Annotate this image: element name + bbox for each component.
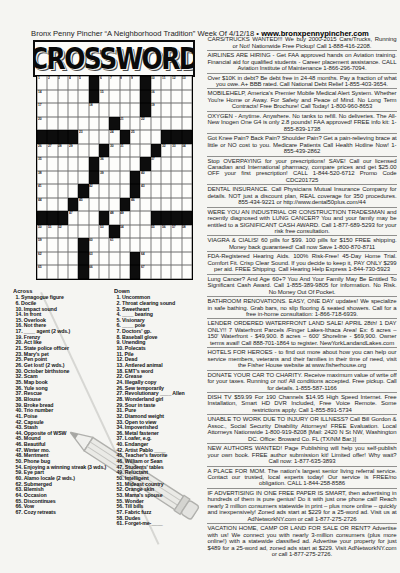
- grid-cell[interactable]: [89, 130, 99, 144]
- classified-ad: Over $10K in debt? Be debt free in 24-48…: [207, 73, 397, 89]
- grid-cell[interactable]: [89, 211, 99, 225]
- crossword-masthead: CROSSWORD: [33, 40, 195, 77]
- grid-cell[interactable]: [109, 265, 119, 279]
- grid-cell[interactable]: 24: [109, 130, 119, 144]
- grid-cell[interactable]: [78, 171, 88, 185]
- grid-cell[interactable]: 10: [151, 76, 161, 90]
- grid-cell-black: [37, 211, 47, 225]
- grid-cell[interactable]: 66: [89, 265, 99, 279]
- grid-cell[interactable]: [99, 184, 109, 198]
- grid-cell-black: [68, 130, 78, 144]
- grid-cell[interactable]: 59: [37, 238, 47, 252]
- grid-cell[interactable]: [78, 157, 88, 171]
- grid-cell-black: [99, 211, 109, 225]
- grid-cell[interactable]: [89, 117, 99, 131]
- grid-cell[interactable]: [130, 103, 140, 117]
- grid-cell-black: [89, 157, 99, 171]
- clue-number: 65: [38, 265, 42, 268]
- grid-cell[interactable]: [151, 171, 161, 185]
- clue-number: 6: [100, 76, 102, 79]
- grid-cell-black: [47, 130, 57, 144]
- grid-cell[interactable]: [151, 198, 161, 212]
- clue-number: 52: [58, 225, 62, 228]
- grid-cell-black: [109, 225, 119, 239]
- across-clue: 67. Cozy retreats: [12, 509, 110, 515]
- grid-cell[interactable]: [47, 198, 57, 212]
- clue-number: 12: [172, 76, 176, 79]
- grid-cell[interactable]: 25: [130, 130, 140, 144]
- grid-cell[interactable]: 58: [182, 225, 192, 239]
- clue-number: 53: [100, 225, 104, 228]
- clue-number: 17: [38, 103, 42, 106]
- grid-cell[interactable]: 23: [78, 130, 88, 144]
- grid-cell[interactable]: 19: [151, 103, 161, 117]
- grid-cell[interactable]: [47, 157, 57, 171]
- grid-cell[interactable]: [109, 171, 119, 185]
- clue-number: 39: [100, 171, 104, 174]
- clue-number: 62: [38, 252, 42, 255]
- classified-ad: CARS/TRUCKS WANTED!!! We buy 2000-2015 C…: [207, 35, 397, 50]
- grid-cell-black: [89, 90, 99, 104]
- grid-cell[interactable]: [130, 211, 140, 225]
- classified-ad: DONATE YOUR CAR TO CHARITY. Receive maxi…: [207, 370, 397, 392]
- grid-cell[interactable]: 14: [37, 90, 47, 104]
- grid-cell[interactable]: [171, 184, 181, 198]
- grid-cell[interactable]: [47, 252, 57, 266]
- grid-cell[interactable]: [151, 117, 161, 131]
- grid-cell-black: [89, 76, 99, 90]
- grid-cell[interactable]: [68, 238, 78, 252]
- grid-cell-black: [58, 130, 68, 144]
- classified-ad: A PLACE FOR MOM. The nation's largest se…: [207, 466, 397, 488]
- grid-cell[interactable]: [130, 157, 140, 171]
- grid-cell[interactable]: [140, 225, 150, 239]
- grid-cell[interactable]: [120, 252, 130, 266]
- grid-cell-black: [161, 211, 171, 225]
- grid-cell[interactable]: 56: [161, 225, 171, 239]
- grid-cell[interactable]: [47, 265, 57, 279]
- grid-cell[interactable]: [47, 90, 57, 104]
- grid-cell-black: [130, 171, 140, 185]
- grid-cell[interactable]: 52: [58, 225, 68, 239]
- grid-cell[interactable]: [47, 184, 57, 198]
- grid-cell[interactable]: [151, 130, 161, 144]
- newspaper-page: { "game": "crossword", "header": { "pref…: [0, 0, 400, 573]
- grid-cell[interactable]: 67: [140, 265, 150, 279]
- grid-cell[interactable]: [161, 184, 171, 198]
- grid-cell[interactable]: [161, 265, 171, 279]
- classified-ad: Stop OVERPAYING for your prescriptions! …: [207, 156, 397, 185]
- grid-cell[interactable]: 60: [89, 238, 99, 252]
- classifieds-column: CARS/TRUCKS WANTED!!! We buy 2000-2015 C…: [207, 35, 397, 571]
- grid-cell[interactable]: 51: [47, 225, 57, 239]
- clue-number: 56: [162, 225, 166, 228]
- grid-cell-black: [120, 198, 130, 212]
- grid-cell[interactable]: [182, 103, 192, 117]
- clue-number: 54: [120, 225, 124, 228]
- grid-cell[interactable]: 45: [78, 198, 88, 212]
- grid-cell[interactable]: [99, 130, 109, 144]
- grid-cell[interactable]: [99, 117, 109, 131]
- grid-cell[interactable]: [182, 198, 192, 212]
- grid-cell[interactable]: 50: [37, 225, 47, 239]
- grid-cell[interactable]: [140, 211, 150, 225]
- clue-number: 11: [162, 76, 166, 79]
- grid-cell[interactable]: [130, 117, 140, 131]
- across-clue-list: 1. Synagogue figure6. Docile10. Impact s…: [12, 295, 110, 515]
- grid-cell[interactable]: [171, 198, 181, 212]
- grid-cell[interactable]: [78, 211, 88, 225]
- grid-cell[interactable]: 34: [182, 144, 192, 158]
- grid-cell[interactable]: [182, 157, 192, 171]
- clue-number: 63: [89, 252, 93, 255]
- grid-cell[interactable]: [68, 265, 78, 279]
- grid-cell[interactable]: [130, 238, 140, 252]
- grid-cell[interactable]: [161, 238, 171, 252]
- grid-cell[interactable]: 15: [99, 90, 109, 104]
- grid-cell[interactable]: [171, 103, 181, 117]
- grid-cell[interactable]: 33: [171, 144, 181, 158]
- clue-number: 19: [151, 103, 155, 106]
- grid-cell[interactable]: 31: [120, 144, 130, 158]
- grid-cell[interactable]: [58, 117, 68, 131]
- clue-number: 10: [151, 76, 155, 79]
- grid-cell[interactable]: [171, 157, 181, 171]
- grid-cell[interactable]: 3: [58, 76, 68, 90]
- clue-number: 9: [131, 76, 133, 79]
- grid-cell[interactable]: [68, 157, 78, 171]
- grid-cell[interactable]: [171, 117, 181, 131]
- down-clue: 61. Forget-me-____: [113, 520, 204, 526]
- grid-cell[interactable]: [68, 225, 78, 239]
- grid-cell[interactable]: 35: [37, 157, 47, 171]
- clue-number: 8: [120, 76, 122, 79]
- classified-ad: UNABLE TO WORK DUE TO INJURY OR ILLNESS?…: [207, 415, 397, 444]
- classified-ad: Lung Cancer? And Age 60+? You And Your F…: [207, 274, 397, 296]
- grid-cell[interactable]: [99, 198, 109, 212]
- classified-ad: Got Knee Pain? Back Pain? Shoulder Pain?…: [207, 133, 397, 155]
- grid-cell[interactable]: [161, 90, 171, 104]
- grid-cell[interactable]: [151, 265, 161, 279]
- grid-cell[interactable]: [99, 252, 109, 266]
- clue-number: 14: [38, 90, 42, 93]
- grid-cell[interactable]: [161, 252, 171, 266]
- clue-number: 59: [38, 238, 42, 241]
- classified-ad: MOBILEHELP, America's Premier Mobile Med…: [207, 89, 397, 111]
- grid-cell[interactable]: [171, 238, 181, 252]
- grid-cell[interactable]: [58, 157, 68, 171]
- clue-number: 40: [141, 171, 145, 174]
- grid-cell[interactable]: [89, 144, 99, 158]
- grid-cell[interactable]: 6: [99, 76, 109, 90]
- grid-cell[interactable]: [47, 117, 57, 131]
- grid-cell[interactable]: [68, 90, 78, 104]
- clue-number: 58: [182, 225, 186, 228]
- grid-cell[interactable]: [99, 103, 109, 117]
- grid-cell[interactable]: 41: [37, 184, 47, 198]
- grid-cell[interactable]: 18: [89, 103, 99, 117]
- grid-cell[interactable]: 40: [140, 171, 150, 185]
- grid-cell-black: [171, 130, 181, 144]
- grid-cell[interactable]: [68, 103, 78, 117]
- grid-cell[interactable]: 39: [99, 171, 109, 185]
- grid-cell[interactable]: [58, 103, 68, 117]
- grid-cell[interactable]: [171, 252, 181, 266]
- clue-number: 25: [131, 130, 135, 133]
- down-clues-section: Down 1. Uncommon2. Throat clearing sound…: [113, 288, 204, 526]
- clue-number: 57: [172, 225, 176, 228]
- grid-cell[interactable]: [161, 157, 171, 171]
- grid-cell[interactable]: 57: [171, 225, 181, 239]
- grid-cell[interactable]: [182, 252, 192, 266]
- grid-cell[interactable]: [78, 103, 88, 117]
- clue-number: 5: [79, 76, 81, 79]
- grid-cell[interactable]: 54: [120, 225, 130, 239]
- grid-cell[interactable]: [120, 171, 130, 185]
- grid-cell[interactable]: 36: [99, 157, 109, 171]
- crossword-grid: 1234567891011121314151617181920212223242…: [36, 75, 193, 280]
- grid-cell[interactable]: 64: [140, 252, 150, 266]
- clue-number: 41: [38, 184, 42, 187]
- clue-number: 20: [38, 117, 42, 120]
- clue-number: 46: [131, 198, 135, 201]
- grid-cell[interactable]: 28: [58, 144, 68, 158]
- grid-cell[interactable]: 63: [89, 252, 99, 266]
- grid-cell[interactable]: [89, 225, 99, 239]
- grid-cell[interactable]: 30: [109, 144, 119, 158]
- grid-cell[interactable]: 55: [151, 225, 161, 239]
- grid-cell[interactable]: [78, 225, 88, 239]
- grid-cell[interactable]: 37: [151, 157, 161, 171]
- clue-number: 38: [38, 171, 42, 174]
- grid-cell-black: [151, 144, 161, 158]
- clue-number: 51: [48, 225, 52, 228]
- classified-ad: LENDER ORDERED WATERFRONT LAND SALE! APR…: [207, 319, 397, 348]
- grid-cell[interactable]: [171, 171, 181, 185]
- grid-cell[interactable]: [109, 90, 119, 104]
- grid-cell-black: [78, 252, 88, 266]
- grid-cell[interactable]: 4: [68, 76, 78, 90]
- grid-cell[interactable]: [68, 171, 78, 185]
- grid-cell[interactable]: [58, 198, 68, 212]
- grid-cell[interactable]: [130, 225, 140, 239]
- grid-cell[interactable]: 32: [161, 144, 171, 158]
- grid-cell[interactable]: 7: [109, 76, 119, 90]
- grid-cell[interactable]: [47, 238, 57, 252]
- grid-cell[interactable]: 53: [99, 225, 109, 239]
- grid-cell[interactable]: 65: [37, 265, 47, 279]
- clue-number: 31: [120, 144, 124, 147]
- grid-cell[interactable]: 29: [68, 144, 78, 158]
- grid-cell[interactable]: [89, 198, 99, 212]
- grid-cell[interactable]: 16: [151, 90, 161, 104]
- clue-number: 29: [69, 144, 73, 147]
- grid-cell[interactable]: [161, 198, 171, 212]
- clue-number: 35: [38, 157, 42, 160]
- clue-number: 50: [38, 225, 42, 228]
- grid-cell[interactable]: 26: [37, 144, 47, 158]
- grid-cell[interactable]: [68, 252, 78, 266]
- grid-cell-black: [58, 211, 68, 225]
- clue-number: 49: [120, 211, 124, 214]
- clue-number: 60: [89, 238, 93, 241]
- grid-cell[interactable]: [99, 238, 109, 252]
- grid-cell[interactable]: [140, 238, 150, 252]
- grid-cell[interactable]: [120, 238, 130, 252]
- grid-cell[interactable]: [151, 252, 161, 266]
- classified-ad: BATHROOM RENOVATIONS. EASY, ONE DAY upda…: [207, 296, 397, 318]
- grid-cell-black: [109, 117, 119, 131]
- clue-number: 15: [100, 90, 104, 93]
- grid-cell[interactable]: 9: [130, 76, 140, 90]
- grid-cell[interactable]: [120, 90, 130, 104]
- grid-cell[interactable]: 11: [161, 76, 171, 90]
- clue-number: 4: [69, 76, 71, 79]
- classifieds-list: CARS/TRUCKS WANTED!!! We buy 2000-2015 C…: [207, 35, 397, 559]
- grid-cell[interactable]: [109, 103, 119, 117]
- grid-cell[interactable]: 49: [120, 211, 130, 225]
- grid-cell[interactable]: 20: [37, 117, 47, 131]
- clue-number: 45: [79, 198, 83, 201]
- clue-number: 16: [151, 90, 155, 93]
- grid-cell[interactable]: 22: [140, 117, 150, 131]
- grid-cell[interactable]: [151, 184, 161, 198]
- grid-cell[interactable]: [58, 238, 68, 252]
- grid-cell[interactable]: [109, 198, 119, 212]
- classified-ad: DISH TV $59.99 For 190 Channels $14.95 H…: [207, 392, 397, 414]
- clue-number: 36: [100, 157, 104, 160]
- clue-number: 30: [110, 144, 114, 147]
- grid-cell[interactable]: [78, 90, 88, 104]
- grid-cell[interactable]: 13: [182, 76, 192, 90]
- grid-cell[interactable]: [78, 144, 88, 158]
- masthead-title: CROSSWORD: [33, 41, 195, 75]
- clue-number: 24: [110, 130, 114, 133]
- grid-cell[interactable]: [120, 157, 130, 171]
- grid-cell[interactable]: 12: [171, 76, 181, 90]
- clue-number: 1: [38, 76, 40, 79]
- grid-cell[interactable]: [47, 171, 57, 185]
- grid-cell[interactable]: [140, 130, 150, 144]
- grid-cell[interactable]: 38: [37, 171, 47, 185]
- grid-cell[interactable]: [171, 90, 181, 104]
- grid-cell[interactable]: [130, 90, 140, 104]
- grid-cell[interactable]: 61: [109, 238, 119, 252]
- grid-cell[interactable]: 62: [37, 252, 47, 266]
- grid-cell-black: [99, 144, 109, 158]
- grid-cell[interactable]: 17: [37, 103, 47, 117]
- grid-cell[interactable]: [182, 171, 192, 185]
- grid-cell[interactable]: [109, 252, 119, 266]
- grid-cell[interactable]: [109, 157, 119, 171]
- grid-cell[interactable]: [182, 265, 192, 279]
- clue-number: 55: [151, 225, 155, 228]
- grid-cell-black: [47, 211, 57, 225]
- grid-cell[interactable]: 21: [120, 117, 130, 131]
- clue-number: 47: [69, 211, 73, 214]
- classified-ad: OXYGEN - Anytime. Anywhere. No tanks to …: [207, 111, 397, 133]
- grid-cell-black: [130, 252, 140, 266]
- classified-ad: WERE YOU AN INDUSTRIAL OR CONSTRUCTION T…: [207, 207, 397, 236]
- grid-cell[interactable]: [58, 265, 68, 279]
- grid-cell[interactable]: 46: [130, 198, 140, 212]
- grid-cell[interactable]: 8: [120, 76, 130, 90]
- grid-cell[interactable]: [58, 90, 68, 104]
- classified-ad: VIAGRA & CIALIS! 60 pills for $99. 100 p…: [207, 236, 397, 252]
- grid-cell[interactable]: [130, 144, 140, 158]
- grid-cell[interactable]: [161, 103, 171, 117]
- clue-number: 3: [58, 76, 60, 79]
- grid-cell[interactable]: 27: [47, 144, 57, 158]
- grid-cell-black: [37, 130, 47, 144]
- clue-number: 61: [110, 238, 114, 241]
- grid-cell[interactable]: [182, 117, 192, 131]
- grid-cell-black: [140, 103, 150, 117]
- grid-cell[interactable]: [161, 171, 171, 185]
- clue-number: 23: [79, 130, 83, 133]
- grid-cell[interactable]: 43: [140, 184, 150, 198]
- clue-number: 28: [58, 144, 62, 147]
- grid-cell[interactable]: [151, 238, 161, 252]
- clue-number: 33: [172, 144, 176, 147]
- grid-cell[interactable]: [120, 265, 130, 279]
- grid-cell[interactable]: 5: [78, 76, 88, 90]
- grid-cell[interactable]: 1: [37, 76, 47, 90]
- grid-cell[interactable]: [58, 252, 68, 266]
- clue-number: 66: [89, 265, 93, 268]
- grid-cell[interactable]: [58, 184, 68, 198]
- clue-number: 13: [182, 76, 186, 79]
- grid-cell[interactable]: 47: [68, 211, 78, 225]
- grid-cell[interactable]: 2: [47, 76, 57, 90]
- grid-cell[interactable]: [140, 198, 150, 212]
- grid-cell[interactable]: [99, 265, 109, 279]
- grid-cell[interactable]: [68, 117, 78, 131]
- clue-number: 34: [182, 144, 186, 147]
- grid-cell[interactable]: 48: [109, 211, 119, 225]
- grid-cell[interactable]: [171, 265, 181, 279]
- grid-cell[interactable]: [182, 90, 192, 104]
- grid-cell[interactable]: 44: [37, 198, 47, 212]
- grid-cell-black: [78, 265, 88, 279]
- grid-cell[interactable]: [120, 103, 130, 117]
- grid-cell[interactable]: 42: [89, 184, 99, 198]
- classified-ad: FDA-Registered Hearing Aids. 100% Risk-F…: [207, 252, 397, 274]
- grid-cell-black: [130, 265, 140, 279]
- grid-cell[interactable]: [58, 171, 68, 185]
- grid-cell[interactable]: [161, 117, 171, 131]
- grid-cell[interactable]: [140, 144, 150, 158]
- grid-cell[interactable]: [68, 184, 78, 198]
- grid-cell-black: [140, 157, 150, 171]
- grid-cell[interactable]: [120, 184, 130, 198]
- grid-cell[interactable]: [109, 184, 119, 198]
- grid-cell-black: [182, 130, 192, 144]
- grid-cell-black: [140, 90, 150, 104]
- grid-cell-black: [78, 238, 88, 252]
- classified-ad: HOTELS FOR HEROES - to find out more abo…: [207, 348, 397, 370]
- clue-number: 44: [38, 198, 42, 201]
- classified-ad: AIRLINES ARE HIRING - Get FAA approved h…: [207, 50, 397, 72]
- grid-cell[interactable]: [47, 103, 57, 117]
- grid-cell[interactable]: [182, 184, 192, 198]
- clue-number: 18: [89, 103, 93, 106]
- grid-cell[interactable]: [182, 238, 192, 252]
- clue-number: 7: [110, 76, 112, 79]
- clue-number: 48: [110, 211, 114, 214]
- grid-cell[interactable]: [78, 117, 88, 131]
- clue-number: 64: [141, 252, 145, 255]
